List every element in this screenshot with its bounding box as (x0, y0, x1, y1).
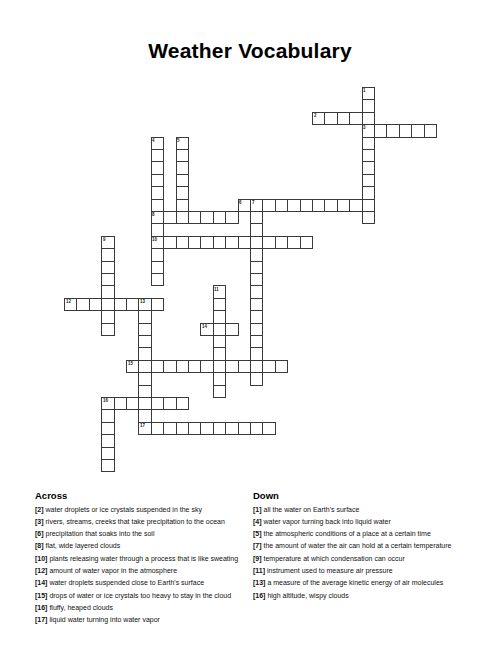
clue-number-across-3: [3] (35, 518, 44, 525)
cell-r7c9[interactable] (176, 174, 189, 187)
cell-r2c24[interactable] (362, 112, 375, 125)
cell-r17c1[interactable] (76, 298, 89, 311)
cell-r19c13[interactable] (225, 323, 238, 336)
cell-r6c9[interactable] (176, 161, 189, 174)
clue-down-13: [13] a measure of the average kinetic en… (253, 577, 475, 589)
cell-r27c7[interactable] (151, 422, 164, 435)
clue-number-across-8: [8] (35, 542, 44, 549)
cell-r12c8[interactable] (163, 236, 176, 249)
cell-r22c13[interactable] (225, 360, 238, 373)
cell-r12c10[interactable] (188, 236, 201, 249)
cell-r22c11[interactable] (200, 360, 213, 373)
cell-r11c7[interactable] (151, 223, 164, 236)
cell-r12c12[interactable] (213, 236, 226, 249)
cell-r17c6[interactable] (138, 298, 151, 311)
cell-r19c3[interactable] (101, 323, 114, 336)
cell-r12c7[interactable] (151, 236, 164, 249)
clue-down-4: [4] water vapor turning back into liquid… (253, 516, 475, 528)
cell-r6c7[interactable] (151, 161, 164, 174)
cell-r9c24[interactable] (362, 199, 375, 212)
cell-r22c16[interactable] (262, 360, 275, 373)
cell-r5c24[interactable] (362, 149, 375, 162)
cell-r23c15[interactable] (250, 372, 263, 385)
cell-r4c7[interactable] (151, 137, 164, 150)
down-clues-section: Down [1] all the water on Earth's surfac… (253, 489, 475, 602)
cell-r12c19[interactable] (300, 236, 313, 249)
clue-down-16: [16] high altitude, wispy clouds (253, 590, 475, 602)
cell-r13c15[interactable] (250, 248, 263, 261)
cell-r12c17[interactable] (275, 236, 288, 249)
cell-r25c8[interactable] (163, 397, 176, 410)
cell-r16c3[interactable] (101, 285, 114, 298)
clue-across-2: [2] water droplets or ice crystals suspe… (35, 504, 257, 516)
cell-r25c5[interactable] (126, 397, 139, 410)
cell-r12c9[interactable] (176, 236, 189, 249)
cell-r22c9[interactable] (176, 360, 189, 373)
cell-r10c7[interactable] (151, 211, 164, 224)
cell-r17c12[interactable] (213, 298, 226, 311)
clue-number-across-12: [12] (35, 567, 47, 574)
down-header: Down (253, 489, 475, 504)
cell-r16c12[interactable] (213, 285, 226, 298)
cell-r26c6[interactable] (138, 409, 151, 422)
cell-r25c9[interactable] (176, 397, 189, 410)
cell-r12c13[interactable] (225, 236, 238, 249)
clue-across-17: [17] liquid water turning into water vap… (35, 614, 257, 626)
cell-r22c7[interactable] (151, 360, 164, 373)
cell-r14c15[interactable] (250, 261, 263, 274)
cell-r22c8[interactable] (163, 360, 176, 373)
cell-r18c3[interactable] (101, 310, 114, 323)
clue-number-down-1: [1] (253, 506, 262, 513)
cell-r17c5[interactable] (126, 298, 139, 311)
cell-r10c15[interactable] (250, 211, 263, 224)
clue-number-across-14: [14] (35, 579, 47, 586)
cell-r8c7[interactable] (151, 186, 164, 199)
cell-r21c12[interactable] (213, 347, 226, 360)
clue-number-down-16: [16] (253, 592, 265, 599)
cell-r27c14[interactable] (238, 422, 251, 435)
clue-number-across-6: [6] (35, 530, 44, 537)
cell-r17c4[interactable] (114, 298, 127, 311)
cell-r4c24[interactable] (362, 137, 375, 150)
cell-r5c9[interactable] (176, 149, 189, 162)
cell-r3c27[interactable] (399, 124, 412, 137)
clue-number-down-7: [7] (253, 542, 262, 549)
cell-r15c15[interactable] (250, 273, 263, 286)
cell-r12c3[interactable] (101, 236, 114, 249)
cell-r23c6[interactable] (138, 372, 151, 385)
clue-across-3: [3] rivers, streams, creeks that take pr… (35, 516, 257, 528)
cell-r3c28[interactable] (411, 124, 424, 137)
cell-r25c4[interactable] (114, 397, 127, 410)
cell-r27c15[interactable] (250, 422, 263, 435)
cell-r22c5[interactable] (126, 360, 139, 373)
cell-r27c3[interactable] (101, 422, 114, 435)
cell-r9c23[interactable] (349, 199, 362, 212)
cell-r15c3[interactable] (101, 273, 114, 286)
cell-r9c20[interactable] (312, 199, 325, 212)
cell-r23c12[interactable] (213, 372, 226, 385)
cell-r27c6[interactable] (138, 422, 151, 435)
cell-r5c7[interactable] (151, 149, 164, 162)
clue-number-down-4: [4] (253, 518, 262, 525)
crossword-grid: 1234567891011121314151617 (64, 87, 436, 472)
cell-r3c29[interactable] (424, 124, 437, 137)
page-title: Weather Vocabulary (0, 39, 500, 63)
cell-r9c9[interactable] (176, 199, 189, 212)
cell-r4c9[interactable] (176, 137, 189, 150)
clue-number-across-15: [15] (35, 592, 47, 599)
cell-r22c15[interactable] (250, 360, 263, 373)
clue-down-9: [9] temperature at which condensation ca… (253, 553, 475, 565)
cell-r20c12[interactable] (213, 335, 226, 348)
clue-number-down-13: [13] (253, 579, 265, 586)
cell-r13c7[interactable] (151, 248, 164, 261)
clue-down-5: [5] the atmospheric conditions of a plac… (253, 528, 475, 540)
cell-r26c3[interactable] (101, 409, 114, 422)
cell-r9c22[interactable] (337, 199, 350, 212)
cell-r24c6[interactable] (138, 385, 151, 398)
clue-number-down-11: [11] (253, 567, 265, 574)
cell-r19c6[interactable] (138, 323, 151, 336)
cell-r7c7[interactable] (151, 174, 164, 187)
cell-r10c9[interactable] (176, 211, 189, 224)
down-clue-list: [1] all the water on Earth's surface[4] … (253, 504, 475, 602)
clue-across-12: [12] amount of water vapor in the atmosp… (35, 565, 257, 577)
cell-r21c6[interactable] (138, 347, 151, 360)
cell-r28c3[interactable] (101, 434, 114, 447)
cell-r0c24[interactable] (362, 87, 375, 100)
cell-r3c24[interactable] (362, 124, 375, 137)
cell-r17c2[interactable] (89, 298, 102, 311)
cell-r22c14[interactable] (238, 360, 251, 373)
clue-across-14: [14] water droplets suspended close to E… (35, 577, 257, 589)
cell-r19c12[interactable] (213, 323, 226, 336)
cell-r30c3[interactable] (101, 459, 114, 472)
cell-r2c21[interactable] (324, 112, 337, 125)
cell-r27c11[interactable] (200, 422, 213, 435)
cell-r9c18[interactable] (287, 199, 300, 212)
cell-r7c24[interactable] (362, 174, 375, 187)
cell-r10c10[interactable] (188, 211, 201, 224)
cell-r19c15[interactable] (250, 323, 263, 336)
cell-r8c24[interactable] (362, 186, 375, 199)
cell-r18c6[interactable] (138, 310, 151, 323)
clue-number-down-9: [9] (253, 555, 262, 562)
cell-r10c12[interactable] (213, 211, 226, 224)
cell-r12c16[interactable] (262, 236, 275, 249)
cell-r3c25[interactable] (374, 124, 387, 137)
cell-r18c12[interactable] (213, 310, 226, 323)
cell-r12c11[interactable] (200, 236, 213, 249)
cell-r10c13[interactable] (225, 211, 238, 224)
cell-r10c8[interactable] (163, 211, 176, 224)
clue-number-down-5: [5] (253, 530, 262, 537)
cell-r14c7[interactable] (151, 261, 164, 274)
cell-r9c15[interactable] (250, 199, 263, 212)
across-clue-list: [2] water droplets or ice crystals suspe… (35, 504, 257, 627)
clue-number-across-2: [2] (35, 506, 44, 513)
cell-r12c15[interactable] (250, 236, 263, 249)
cell-r25c3[interactable] (101, 397, 114, 410)
cell-r22c6[interactable] (138, 360, 151, 373)
clue-across-8: [8] flat, wide layered clouds (35, 540, 257, 552)
clue-down-11: [11] instrument used to measure air pres… (253, 565, 475, 577)
cell-r17c0[interactable] (64, 298, 77, 311)
cell-r20c6[interactable] (138, 335, 151, 348)
cell-r25c7[interactable] (151, 397, 164, 410)
cell-r9c21[interactable] (324, 199, 337, 212)
cell-r9c17[interactable] (275, 199, 288, 212)
cell-r10c24[interactable] (362, 211, 375, 224)
cell-r29c3[interactable] (101, 447, 114, 460)
cell-r12c14[interactable] (238, 236, 251, 249)
clue-across-6: [6] precipitation that soaks into the so… (35, 528, 257, 540)
cell-r10c11[interactable] (200, 211, 213, 224)
cell-r27c16[interactable] (262, 422, 275, 435)
cell-r12c18[interactable] (287, 236, 300, 249)
cell-r27c9[interactable] (176, 422, 189, 435)
cell-r24c12[interactable] (213, 385, 226, 398)
cell-r27c8[interactable] (163, 422, 176, 435)
cell-r17c15[interactable] (250, 298, 263, 311)
clue-across-16: [16] fluffy, heaped clouds (35, 602, 257, 614)
cell-r13c3[interactable] (101, 248, 114, 261)
across-clues-section: Across [2] water droplets or ice crystal… (35, 489, 257, 626)
cell-r9c19[interactable] (300, 199, 313, 212)
across-header: Across (35, 489, 257, 504)
cell-r2c22[interactable] (337, 112, 350, 125)
cell-r9c7[interactable] (151, 199, 164, 212)
cell-r3c26[interactable] (386, 124, 399, 137)
clue-across-15: [15] drops of water or ice crystals too … (35, 590, 257, 602)
cell-r25c6[interactable] (138, 397, 151, 410)
cell-r1c24[interactable] (362, 99, 375, 112)
cell-r27c13[interactable] (225, 422, 238, 435)
cell-r17c3[interactable] (101, 298, 114, 311)
cell-r11c15[interactable] (250, 223, 263, 236)
clue-down-1: [1] all the water on Earth's surface (253, 504, 475, 516)
cell-r2c23[interactable] (349, 112, 362, 125)
clue-across-10: [10] plants releasing water through a pr… (35, 553, 257, 565)
cell-r8c9[interactable] (176, 186, 189, 199)
clue-number-across-10: [10] (35, 555, 47, 562)
cell-r9c16[interactable] (262, 199, 275, 212)
cell-r18c15[interactable] (250, 310, 263, 323)
clue-number-across-16: [16] (35, 604, 47, 611)
cell-r19c11[interactable] (200, 323, 213, 336)
cell-r6c24[interactable] (362, 161, 375, 174)
cell-r22c10[interactable] (188, 360, 201, 373)
clue-number-across-17: [17] (35, 616, 47, 623)
cell-r27c12[interactable] (213, 422, 226, 435)
cell-r21c15[interactable] (250, 347, 263, 360)
cell-r2c20[interactable] (312, 112, 325, 125)
cell-r15c7[interactable] (151, 273, 164, 286)
cell-r16c15[interactable] (250, 285, 263, 298)
cell-r9c14[interactable] (238, 199, 251, 212)
cell-r27c10[interactable] (188, 422, 201, 435)
clue-down-7: [7] the amount of water the air can hold… (253, 540, 475, 552)
cell-r14c3[interactable] (101, 261, 114, 274)
cell-r22c17[interactable] (275, 360, 288, 373)
cell-r17c7[interactable] (151, 298, 164, 311)
cell-r20c15[interactable] (250, 335, 263, 348)
cell-r22c12[interactable] (213, 360, 226, 373)
